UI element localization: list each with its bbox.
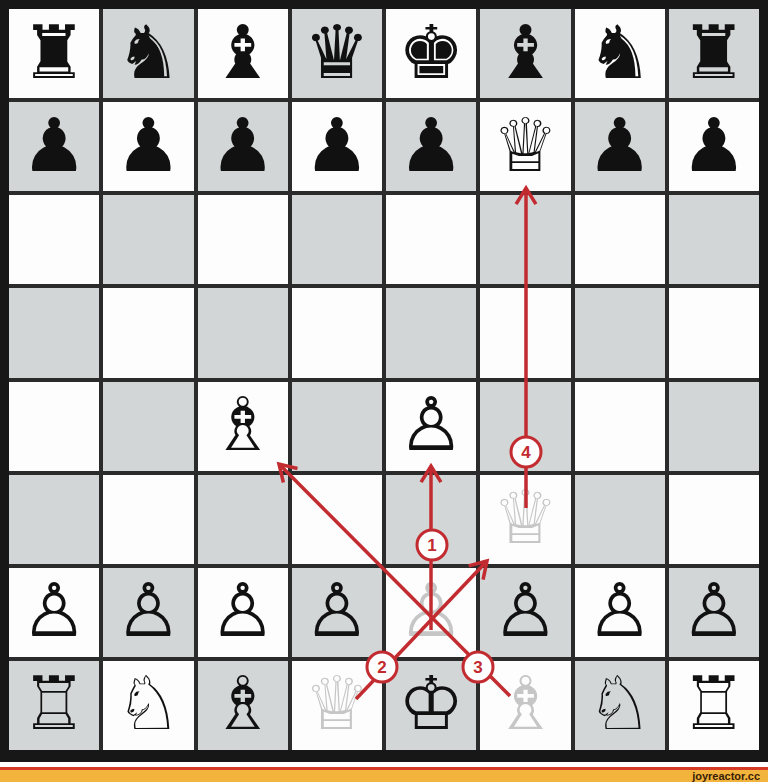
square-a6 xyxy=(9,195,99,284)
black-pawn: ♟ xyxy=(398,108,464,182)
square-d6 xyxy=(292,195,382,284)
black-rook: ♜ xyxy=(681,15,747,89)
white-knight: ♘ xyxy=(115,666,181,740)
white-pawn: ♙ xyxy=(209,573,275,647)
square-e1: ♔ xyxy=(386,661,476,750)
square-a1: ♖ xyxy=(9,661,99,750)
square-b3 xyxy=(103,475,193,564)
white-pawn: ♙ xyxy=(492,573,558,647)
square-e6 xyxy=(386,195,476,284)
square-a7: ♟ xyxy=(9,102,99,191)
square-h7: ♟ xyxy=(669,102,759,191)
square-f3: ♕ xyxy=(480,475,570,564)
square-c6 xyxy=(198,195,288,284)
square-d5 xyxy=(292,288,382,377)
white-pawn: ♙ xyxy=(681,573,747,647)
square-b1: ♘ xyxy=(103,661,193,750)
square-d1: ♕ xyxy=(292,661,382,750)
square-f7: ♕ xyxy=(480,102,570,191)
square-b2: ♙ xyxy=(103,568,193,657)
black-pawn: ♟ xyxy=(209,108,275,182)
square-d7: ♟ xyxy=(292,102,382,191)
square-a3 xyxy=(9,475,99,564)
square-g7: ♟ xyxy=(575,102,665,191)
square-f2: ♙ xyxy=(480,568,570,657)
square-c8: ♝ xyxy=(198,9,288,98)
square-h4 xyxy=(669,382,759,471)
black-rook: ♜ xyxy=(21,15,87,89)
square-b4 xyxy=(103,382,193,471)
square-e2: ♙ xyxy=(386,568,476,657)
white-rook: ♖ xyxy=(681,666,747,740)
square-g3 xyxy=(575,475,665,564)
black-pawn: ♟ xyxy=(304,108,370,182)
square-b8: ♞ xyxy=(103,9,193,98)
black-knight: ♞ xyxy=(115,15,181,89)
square-h5 xyxy=(669,288,759,377)
square-f1: ♗ xyxy=(480,661,570,750)
white-queen-ghost: ♕ xyxy=(492,480,558,554)
white-pawn: ♙ xyxy=(21,573,87,647)
square-f5 xyxy=(480,288,570,377)
white-rook: ♖ xyxy=(21,666,87,740)
black-pawn: ♟ xyxy=(586,108,652,182)
square-c2: ♙ xyxy=(198,568,288,657)
square-f8: ♝ xyxy=(480,9,570,98)
square-d3 xyxy=(292,475,382,564)
black-pawn: ♟ xyxy=(115,108,181,182)
square-e7: ♟ xyxy=(386,102,476,191)
square-c4: ♗ xyxy=(198,382,288,471)
square-a5 xyxy=(9,288,99,377)
square-g6 xyxy=(575,195,665,284)
white-king: ♔ xyxy=(398,666,464,740)
square-c1: ♗ xyxy=(198,661,288,750)
square-c3 xyxy=(198,475,288,564)
square-g8: ♞ xyxy=(575,9,665,98)
square-e8: ♚ xyxy=(386,9,476,98)
square-h6 xyxy=(669,195,759,284)
black-bishop: ♝ xyxy=(492,15,558,89)
white-pawn: ♙ xyxy=(398,387,464,461)
black-queen: ♛ xyxy=(304,15,370,89)
white-pawn-ghost: ♙ xyxy=(398,573,464,647)
square-c5 xyxy=(198,288,288,377)
square-a4 xyxy=(9,382,99,471)
square-b7: ♟ xyxy=(103,102,193,191)
square-g5 xyxy=(575,288,665,377)
chessboard: ♜♞♝♛♚♝♞♜♟♟♟♟♟♕♟♟♗♙♕♙♙♙♙♙♙♙♙♖♘♗♕♔♗♘♖ xyxy=(0,0,768,762)
square-f6 xyxy=(480,195,570,284)
white-knight: ♘ xyxy=(586,666,652,740)
white-bishop: ♗ xyxy=(209,666,275,740)
square-f4 xyxy=(480,382,570,471)
square-h1: ♖ xyxy=(669,661,759,750)
white-pawn: ♙ xyxy=(586,573,652,647)
square-g2: ♙ xyxy=(575,568,665,657)
square-c7: ♟ xyxy=(198,102,288,191)
white-bishop: ♗ xyxy=(209,387,275,461)
black-pawn: ♟ xyxy=(21,108,87,182)
black-king: ♚ xyxy=(398,15,464,89)
square-d2: ♙ xyxy=(292,568,382,657)
square-d4 xyxy=(292,382,382,471)
black-pawn: ♟ xyxy=(681,108,747,182)
watermark: joyreactor.cc xyxy=(692,770,760,782)
white-queen: ♕ xyxy=(492,108,558,182)
square-e3 xyxy=(386,475,476,564)
square-a2: ♙ xyxy=(9,568,99,657)
square-e5 xyxy=(386,288,476,377)
square-h8: ♜ xyxy=(669,9,759,98)
black-knight: ♞ xyxy=(586,15,652,89)
square-h2: ♙ xyxy=(669,568,759,657)
square-d8: ♛ xyxy=(292,9,382,98)
square-a8: ♜ xyxy=(9,9,99,98)
square-g4 xyxy=(575,382,665,471)
square-e4: ♙ xyxy=(386,382,476,471)
chessboard-diagram: ♜♞♝♛♚♝♞♜♟♟♟♟♟♕♟♟♗♙♕♙♙♙♙♙♙♙♙♖♘♗♕♔♗♘♖ 1234 xyxy=(0,0,768,762)
white-bishop-ghost: ♗ xyxy=(492,666,558,740)
square-b6 xyxy=(103,195,193,284)
black-bishop: ♝ xyxy=(209,15,275,89)
square-h3 xyxy=(669,475,759,564)
square-g1: ♘ xyxy=(575,661,665,750)
white-pawn: ♙ xyxy=(115,573,181,647)
square-b5 xyxy=(103,288,193,377)
white-pawn: ♙ xyxy=(304,573,370,647)
white-queen-ghost: ♕ xyxy=(304,666,370,740)
footer-bar: joyreactor.cc xyxy=(0,770,768,782)
